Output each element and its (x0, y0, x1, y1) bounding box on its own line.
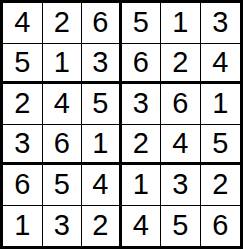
cell-r3c1: 2 (3, 84, 43, 125)
cell-r1c3: 6 (82, 3, 122, 44)
cell-r1c4: 5 (122, 3, 162, 44)
cell-r1c1: 4 (3, 3, 43, 44)
cell-r4c6: 5 (201, 125, 241, 166)
cell-r6c3: 2 (82, 206, 122, 247)
cell-r1c5: 1 (161, 3, 201, 44)
cell-r4c5: 4 (161, 125, 201, 166)
sudoku-board: 4 2 6 5 1 3 5 1 3 6 2 4 2 4 5 3 6 1 3 6 … (0, 0, 243, 249)
cell-r3c5: 6 (161, 84, 201, 125)
cell-r1c2: 2 (43, 3, 83, 44)
cell-r4c2: 6 (43, 125, 83, 166)
cell-r2c5: 2 (161, 44, 201, 85)
cell-r5c1: 6 (3, 165, 43, 206)
cell-r5c6: 2 (201, 165, 241, 206)
cell-r6c6: 6 (201, 206, 241, 247)
cell-r4c1: 3 (3, 125, 43, 166)
cell-r2c2: 1 (43, 44, 83, 85)
cell-r2c6: 4 (201, 44, 241, 85)
cell-r6c2: 3 (43, 206, 83, 247)
cell-r3c2: 4 (43, 84, 83, 125)
cell-r6c4: 4 (122, 206, 162, 247)
cell-r2c3: 3 (82, 44, 122, 85)
cell-r2c4: 6 (122, 44, 162, 85)
cell-r1c6: 3 (201, 3, 241, 44)
cell-r3c4: 3 (122, 84, 162, 125)
cell-r2c1: 5 (3, 44, 43, 85)
cell-r5c4: 1 (122, 165, 162, 206)
cell-r5c3: 4 (82, 165, 122, 206)
cell-r3c6: 1 (201, 84, 241, 125)
cell-r5c2: 5 (43, 165, 83, 206)
cell-r6c1: 1 (3, 206, 43, 247)
cell-r3c3: 5 (82, 84, 122, 125)
cell-r5c5: 3 (161, 165, 201, 206)
cell-r6c5: 5 (161, 206, 201, 247)
cell-r4c3: 1 (82, 125, 122, 166)
cell-r4c4: 2 (122, 125, 162, 166)
